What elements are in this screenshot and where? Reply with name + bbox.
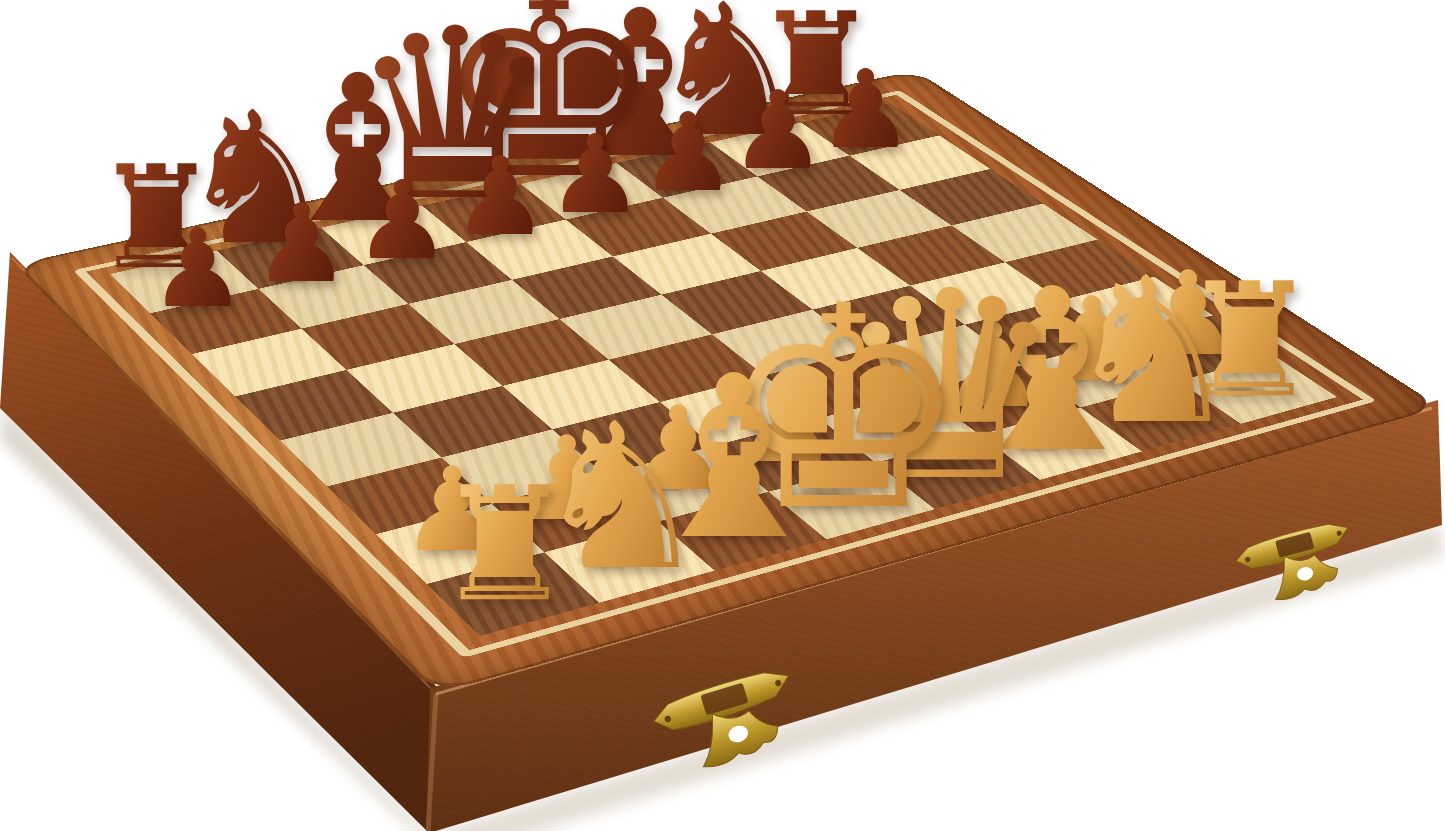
chess-set-photo: ♜♞♟♝♟♚♟♛♟♝♟♞♟♜♟♟♟♟♜♟♞♟♝♟♛♟♚♟♝♟♞♜: [0, 0, 1445, 831]
